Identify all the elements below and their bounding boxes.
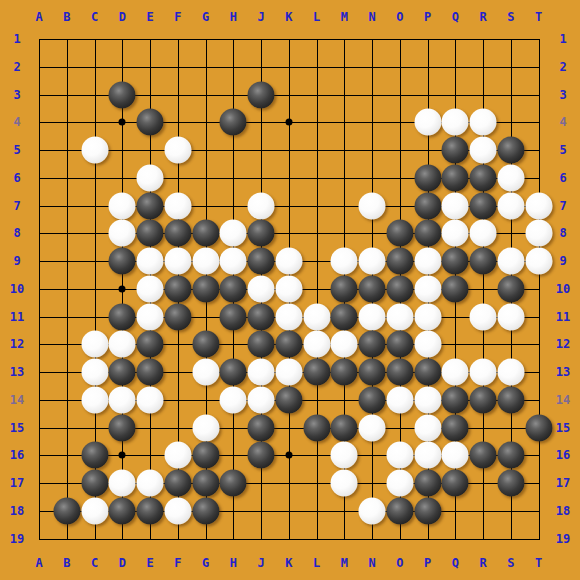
grid-line-vertical-T — [539, 39, 540, 540]
stone-black-P7[interactable] — [414, 192, 441, 219]
stone-white-H9[interactable] — [220, 248, 247, 275]
stone-black-Q9[interactable] — [442, 248, 469, 275]
row-label-left-15: 15 — [10, 422, 24, 434]
stone-white-S11[interactable] — [497, 303, 524, 330]
row-label-left-2: 2 — [13, 61, 20, 73]
row-label-left-12: 12 — [10, 338, 24, 350]
stone-white-E11[interactable] — [137, 303, 164, 330]
stone-black-E7[interactable] — [137, 192, 164, 219]
col-label-bottom-B: B — [63, 557, 70, 569]
stone-black-R9[interactable] — [470, 248, 497, 275]
stone-black-C16[interactable] — [81, 442, 108, 469]
col-label-bottom-M: M — [341, 557, 348, 569]
star-point-K4 — [285, 119, 292, 126]
stone-black-E13[interactable] — [137, 359, 164, 386]
stone-white-J13[interactable] — [248, 359, 275, 386]
stone-black-J12[interactable] — [248, 331, 275, 358]
stone-black-M11[interactable] — [331, 303, 358, 330]
col-label-top-T: T — [535, 11, 542, 23]
stone-white-Q13[interactable] — [442, 359, 469, 386]
stone-black-J11[interactable] — [248, 303, 275, 330]
stone-black-F10[interactable] — [164, 275, 191, 302]
stone-black-K12[interactable] — [275, 331, 302, 358]
stone-white-C14[interactable] — [81, 386, 108, 413]
stone-white-O17[interactable] — [386, 470, 413, 497]
stone-white-J14[interactable] — [248, 386, 275, 413]
col-label-bottom-J: J — [257, 557, 264, 569]
stone-black-C17[interactable] — [81, 470, 108, 497]
stone-white-D12[interactable] — [109, 331, 136, 358]
row-label-right-12: 12 — [556, 338, 570, 350]
stone-white-S6[interactable] — [497, 164, 524, 191]
stone-white-E17[interactable] — [137, 470, 164, 497]
stone-white-H14[interactable] — [220, 386, 247, 413]
stone-white-C12[interactable] — [81, 331, 108, 358]
stone-white-F9[interactable] — [164, 248, 191, 275]
stone-black-F8[interactable] — [164, 220, 191, 247]
col-label-top-A: A — [35, 11, 42, 23]
row-label-right-8: 8 — [559, 227, 566, 239]
star-point-K16 — [285, 452, 292, 459]
stone-white-N18[interactable] — [359, 497, 386, 524]
stone-black-P8[interactable] — [414, 220, 441, 247]
row-label-right-16: 16 — [556, 449, 570, 461]
stone-black-T15[interactable] — [525, 414, 552, 441]
col-label-bottom-E: E — [146, 557, 153, 569]
col-label-top-M: M — [341, 11, 348, 23]
stone-white-M17[interactable] — [331, 470, 358, 497]
row-label-right-7: 7 — [559, 200, 566, 212]
stone-black-G16[interactable] — [192, 442, 219, 469]
stone-white-T7[interactable] — [525, 192, 552, 219]
stone-black-Q6[interactable] — [442, 164, 469, 191]
stone-black-P17[interactable] — [414, 470, 441, 497]
row-label-right-11: 11 — [556, 311, 570, 323]
row-label-left-11: 11 — [10, 311, 24, 323]
stone-black-D15[interactable] — [109, 414, 136, 441]
col-label-bottom-P: P — [424, 557, 431, 569]
stone-black-L15[interactable] — [303, 414, 330, 441]
stone-black-O8[interactable] — [386, 220, 413, 247]
stone-black-Q5[interactable] — [442, 137, 469, 164]
stone-black-O12[interactable] — [386, 331, 413, 358]
row-label-left-4: 4 — [13, 116, 20, 128]
stone-black-F17[interactable] — [164, 470, 191, 497]
col-label-top-D: D — [119, 11, 126, 23]
row-label-left-8: 8 — [13, 227, 20, 239]
stone-black-E18[interactable] — [137, 497, 164, 524]
stone-black-G18[interactable] — [192, 497, 219, 524]
stone-white-S7[interactable] — [497, 192, 524, 219]
col-label-top-O: O — [396, 11, 403, 23]
stone-white-D14[interactable] — [109, 386, 136, 413]
stone-white-E6[interactable] — [137, 164, 164, 191]
stone-white-S9[interactable] — [497, 248, 524, 275]
stone-white-P15[interactable] — [414, 414, 441, 441]
stone-black-S17[interactable] — [497, 470, 524, 497]
stone-white-K13[interactable] — [275, 359, 302, 386]
stone-white-C13[interactable] — [81, 359, 108, 386]
stone-white-H8[interactable] — [220, 220, 247, 247]
col-label-bottom-N: N — [368, 557, 375, 569]
star-point-D4 — [119, 119, 126, 126]
col-label-top-L: L — [313, 11, 320, 23]
grid-line-vertical-L — [317, 39, 318, 540]
stone-black-G8[interactable] — [192, 220, 219, 247]
stone-white-T8[interactable] — [525, 220, 552, 247]
stone-white-Q4[interactable] — [442, 109, 469, 136]
col-label-bottom-R: R — [479, 557, 486, 569]
row-label-right-9: 9 — [559, 255, 566, 267]
stone-black-D11[interactable] — [109, 303, 136, 330]
stone-white-P14[interactable] — [414, 386, 441, 413]
stone-white-D17[interactable] — [109, 470, 136, 497]
stone-white-N7[interactable] — [359, 192, 386, 219]
stone-white-M16[interactable] — [331, 442, 358, 469]
stone-black-G10[interactable] — [192, 275, 219, 302]
stone-white-G9[interactable] — [192, 248, 219, 275]
row-label-right-4: 4 — [559, 116, 566, 128]
stone-white-L11[interactable] — [303, 303, 330, 330]
stone-black-D13[interactable] — [109, 359, 136, 386]
col-label-bottom-D: D — [119, 557, 126, 569]
star-point-D16 — [119, 452, 126, 459]
stone-white-T9[interactable] — [525, 248, 552, 275]
stone-black-N12[interactable] — [359, 331, 386, 358]
col-label-top-G: G — [202, 11, 209, 23]
stone-white-P16[interactable] — [414, 442, 441, 469]
stone-black-S10[interactable] — [497, 275, 524, 302]
row-label-right-14: 14 — [556, 394, 570, 406]
col-label-top-E: E — [146, 11, 153, 23]
col-label-top-F: F — [174, 11, 181, 23]
stone-white-P9[interactable] — [414, 248, 441, 275]
stone-black-M13[interactable] — [331, 359, 358, 386]
stone-white-P11[interactable] — [414, 303, 441, 330]
stone-white-M9[interactable] — [331, 248, 358, 275]
stone-white-J7[interactable] — [248, 192, 275, 219]
col-label-bottom-S: S — [507, 557, 514, 569]
stone-white-F5[interactable] — [164, 137, 191, 164]
stone-black-N14[interactable] — [359, 386, 386, 413]
col-label-top-H: H — [230, 11, 237, 23]
grid-line-horizontal-19 — [39, 539, 540, 540]
col-label-bottom-A: A — [35, 557, 42, 569]
stone-white-Q7[interactable] — [442, 192, 469, 219]
stone-white-E10[interactable] — [137, 275, 164, 302]
row-label-right-5: 5 — [559, 144, 566, 156]
stone-black-N13[interactable] — [359, 359, 386, 386]
stone-black-R7[interactable] — [470, 192, 497, 219]
col-label-top-R: R — [479, 11, 486, 23]
row-label-right-13: 13 — [556, 366, 570, 378]
row-label-left-7: 7 — [13, 200, 20, 212]
row-label-left-18: 18 — [10, 505, 24, 517]
row-label-left-9: 9 — [13, 255, 20, 267]
col-label-bottom-F: F — [174, 557, 181, 569]
stone-black-E4[interactable] — [137, 109, 164, 136]
stone-black-H11[interactable] — [220, 303, 247, 330]
stone-white-N15[interactable] — [359, 414, 386, 441]
stone-white-F18[interactable] — [164, 497, 191, 524]
stone-white-R11[interactable] — [470, 303, 497, 330]
stone-black-P13[interactable] — [414, 359, 441, 386]
stone-white-N9[interactable] — [359, 248, 386, 275]
stone-black-D3[interactable] — [109, 81, 136, 108]
stone-black-D9[interactable] — [109, 248, 136, 275]
stone-black-H17[interactable] — [220, 470, 247, 497]
row-label-left-16: 16 — [10, 449, 24, 461]
stone-black-Q14[interactable] — [442, 386, 469, 413]
stone-black-Q17[interactable] — [442, 470, 469, 497]
row-label-left-14: 14 — [10, 394, 24, 406]
stone-black-K14[interactable] — [275, 386, 302, 413]
row-label-right-18: 18 — [556, 505, 570, 517]
stone-black-O18[interactable] — [386, 497, 413, 524]
stone-white-J10[interactable] — [248, 275, 275, 302]
row-label-right-10: 10 — [556, 283, 570, 295]
stone-white-E9[interactable] — [137, 248, 164, 275]
stone-black-J16[interactable] — [248, 442, 275, 469]
stone-white-D7[interactable] — [109, 192, 136, 219]
row-label-right-6: 6 — [559, 172, 566, 184]
stone-white-F16[interactable] — [164, 442, 191, 469]
col-label-bottom-H: H — [230, 557, 237, 569]
stone-black-J8[interactable] — [248, 220, 275, 247]
row-label-left-1: 1 — [13, 33, 20, 45]
col-label-bottom-C: C — [91, 557, 98, 569]
stone-white-N11[interactable] — [359, 303, 386, 330]
stone-black-H10[interactable] — [220, 275, 247, 302]
col-label-bottom-L: L — [313, 557, 320, 569]
stone-black-F11[interactable] — [164, 303, 191, 330]
stone-black-R6[interactable] — [470, 164, 497, 191]
row-label-right-17: 17 — [556, 477, 570, 489]
stone-black-P18[interactable] — [414, 497, 441, 524]
col-label-bottom-K: K — [285, 557, 292, 569]
stone-black-D18[interactable] — [109, 497, 136, 524]
stone-black-E12[interactable] — [137, 331, 164, 358]
row-label-left-5: 5 — [13, 144, 20, 156]
stone-black-O10[interactable] — [386, 275, 413, 302]
col-label-top-K: K — [285, 11, 292, 23]
row-label-left-13: 13 — [10, 366, 24, 378]
col-label-top-B: B — [63, 11, 70, 23]
stone-white-Q16[interactable] — [442, 442, 469, 469]
col-label-top-S: S — [507, 11, 514, 23]
stone-white-G13[interactable] — [192, 359, 219, 386]
stone-black-H13[interactable] — [220, 359, 247, 386]
stone-white-O11[interactable] — [386, 303, 413, 330]
row-label-left-3: 3 — [13, 89, 20, 101]
row-label-right-15: 15 — [556, 422, 570, 434]
stone-white-F7[interactable] — [164, 192, 191, 219]
stone-black-R14[interactable] — [470, 386, 497, 413]
stone-black-Q10[interactable] — [442, 275, 469, 302]
go-board[interactable]: AABBCCDDEEFFGGHHJJKKLLMMNNOOPPQQRRSSTT11… — [0, 0, 580, 580]
stone-white-L12[interactable] — [303, 331, 330, 358]
stone-black-H4[interactable] — [220, 109, 247, 136]
row-label-right-2: 2 — [559, 61, 566, 73]
stone-black-R16[interactable] — [470, 442, 497, 469]
col-label-top-Q: Q — [452, 11, 459, 23]
stone-white-R13[interactable] — [470, 359, 497, 386]
stone-black-O9[interactable] — [386, 248, 413, 275]
col-label-bottom-T: T — [535, 557, 542, 569]
col-label-top-J: J — [257, 11, 264, 23]
stone-white-G15[interactable] — [192, 414, 219, 441]
stone-white-S13[interactable] — [497, 359, 524, 386]
stone-white-P10[interactable] — [414, 275, 441, 302]
stone-white-Q8[interactable] — [442, 220, 469, 247]
col-label-top-C: C — [91, 11, 98, 23]
col-label-bottom-Q: Q — [452, 557, 459, 569]
stone-white-O14[interactable] — [386, 386, 413, 413]
stone-white-R4[interactable] — [470, 109, 497, 136]
stone-black-S16[interactable] — [497, 442, 524, 469]
stone-black-S14[interactable] — [497, 386, 524, 413]
row-label-left-10: 10 — [10, 283, 24, 295]
stone-black-B18[interactable] — [53, 497, 80, 524]
stone-black-P6[interactable] — [414, 164, 441, 191]
col-label-top-N: N — [368, 11, 375, 23]
stone-black-O13[interactable] — [386, 359, 413, 386]
stone-white-R5[interactable] — [470, 137, 497, 164]
stone-white-E14[interactable] — [137, 386, 164, 413]
stone-white-R8[interactable] — [470, 220, 497, 247]
stone-black-G12[interactable] — [192, 331, 219, 358]
stone-white-C5[interactable] — [81, 137, 108, 164]
star-point-D10 — [119, 285, 126, 292]
stone-white-K9[interactable] — [275, 248, 302, 275]
stone-black-E8[interactable] — [137, 220, 164, 247]
row-label-right-1: 1 — [559, 33, 566, 45]
row-label-right-19: 19 — [556, 533, 570, 545]
stone-white-K10[interactable] — [275, 275, 302, 302]
stone-white-O16[interactable] — [386, 442, 413, 469]
stone-white-M12[interactable] — [331, 331, 358, 358]
stone-white-P4[interactable] — [414, 109, 441, 136]
stone-black-S5[interactable] — [497, 137, 524, 164]
stone-white-P12[interactable] — [414, 331, 441, 358]
stone-white-C18[interactable] — [81, 497, 108, 524]
stone-white-K11[interactable] — [275, 303, 302, 330]
stone-black-M10[interactable] — [331, 275, 358, 302]
stone-black-G17[interactable] — [192, 470, 219, 497]
stone-black-Q15[interactable] — [442, 414, 469, 441]
col-label-top-P: P — [424, 11, 431, 23]
row-label-left-6: 6 — [13, 172, 20, 184]
col-label-bottom-G: G — [202, 557, 209, 569]
stone-black-M15[interactable] — [331, 414, 358, 441]
row-label-left-19: 19 — [10, 533, 24, 545]
row-label-left-17: 17 — [10, 477, 24, 489]
stone-black-N10[interactable] — [359, 275, 386, 302]
stone-black-J3[interactable] — [248, 81, 275, 108]
stone-black-J9[interactable] — [248, 248, 275, 275]
stone-black-L13[interactable] — [303, 359, 330, 386]
stone-black-J15[interactable] — [248, 414, 275, 441]
row-label-right-3: 3 — [559, 89, 566, 101]
col-label-bottom-O: O — [396, 557, 403, 569]
stone-white-D8[interactable] — [109, 220, 136, 247]
